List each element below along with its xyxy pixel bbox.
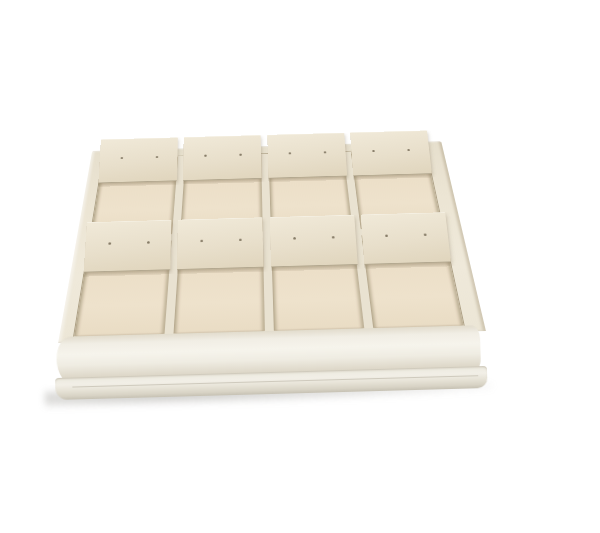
card-pin-hole-right (331, 236, 334, 238)
card-pin-hole-left (385, 234, 388, 236)
card-pin-hole-right (156, 156, 159, 158)
tray-top-3d (58, 141, 486, 343)
card-pin-hole-left (121, 157, 124, 159)
card-pin-hole-right (407, 149, 410, 151)
earring-card (269, 214, 357, 267)
tray-slot (174, 237, 265, 334)
tray-slot (74, 240, 172, 337)
card-pin-hole-right (239, 238, 242, 240)
tray-compartment-grid (73, 149, 465, 338)
product-photo (0, 0, 600, 533)
tray-top-surface (58, 141, 486, 343)
card-pin-hole-left (288, 152, 291, 154)
card-pin-hole-right (323, 151, 326, 153)
card-pin-hole-left (293, 237, 296, 239)
jewelry-earring-display-tray (0, 0, 600, 533)
card-pin-hole-left (201, 240, 204, 243)
tray-slot (361, 232, 464, 329)
earring-card (267, 133, 347, 179)
card-pin-hole-right (240, 154, 243, 156)
card-pin-hole-left (109, 242, 112, 245)
card-pin-hole-left (372, 150, 375, 152)
earring-card (350, 130, 432, 176)
earring-card (177, 217, 264, 270)
tray-slot (271, 235, 365, 332)
earring-card (98, 137, 178, 183)
card-pin-hole-left (205, 155, 208, 157)
card-pin-hole-right (147, 241, 150, 244)
card-pin-hole-right (423, 233, 426, 235)
earring-card (183, 135, 262, 181)
earring-card (84, 220, 172, 273)
earring-card (360, 212, 451, 264)
